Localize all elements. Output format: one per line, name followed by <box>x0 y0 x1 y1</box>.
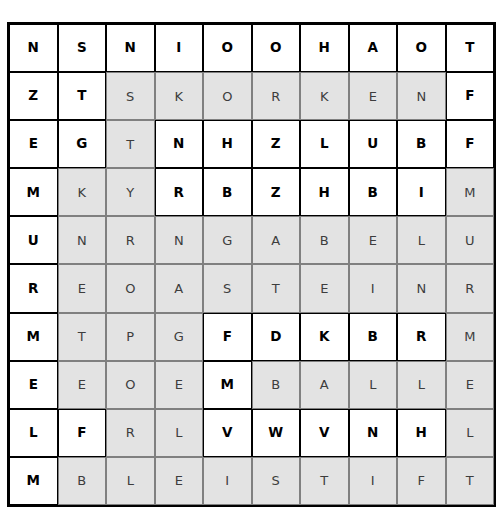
cell-letter: I <box>225 474 229 487</box>
cell-letter: T <box>465 41 474 55</box>
cell-letter: M <box>221 378 234 392</box>
cell-letter: M <box>27 330 40 344</box>
cell-r4c4[interactable]: R <box>155 168 204 216</box>
cell-letter: R <box>174 186 184 200</box>
cell-r2c8[interactable]: E <box>349 72 398 120</box>
cell-r6c3[interactable]: O <box>106 264 155 312</box>
cell-letter: E <box>369 234 377 247</box>
cell-r9c5[interactable]: V <box>203 409 252 457</box>
cell-r8c3[interactable]: O <box>106 361 155 409</box>
cell-r1c5[interactable]: O <box>203 24 252 72</box>
cell-r9c1[interactable]: L <box>9 409 58 457</box>
cell-letter: I <box>371 474 375 487</box>
cell-r1c7[interactable]: H <box>300 24 349 72</box>
cell-letter: U <box>465 234 475 247</box>
cell-letter: L <box>418 234 425 247</box>
cell-letter: Z <box>271 137 281 151</box>
cell-letter: O <box>222 90 232 103</box>
cell-letter: E <box>369 90 377 103</box>
cell-letter: N <box>367 426 378 440</box>
cell-r6c9[interactable]: N <box>397 264 446 312</box>
cell-r6c7[interactable]: E <box>300 264 349 312</box>
cell-r4c2[interactable]: K <box>58 168 107 216</box>
cell-letter: T <box>126 138 134 151</box>
cell-letter: K <box>174 90 183 103</box>
cell-letter: L <box>418 378 425 391</box>
cell-letter: A <box>320 378 329 391</box>
cell-letter: U <box>367 137 378 151</box>
cell-letter: I <box>176 41 181 55</box>
word-search-page: NSNIOOHAOTZTSKORKENFEGTNHZLUBFMKYRBZHBIM… <box>0 0 500 520</box>
cell-r8c2[interactable]: E <box>58 361 107 409</box>
cell-r3c6[interactable]: Z <box>252 120 301 168</box>
cell-letter: G <box>222 234 232 247</box>
cell-r4c10[interactable]: M <box>446 168 495 216</box>
cell-letter: K <box>319 330 329 344</box>
cell-letter: R <box>271 90 280 103</box>
cell-letter: O <box>270 41 281 55</box>
cell-letter: Z <box>28 89 38 103</box>
cell-r5c1[interactable]: U <box>9 216 58 264</box>
cell-letter: S <box>126 90 134 103</box>
cell-letter: O <box>125 282 135 295</box>
cell-letter: H <box>416 426 427 440</box>
cell-r9c10[interactable]: L <box>446 409 495 457</box>
cell-letter: E <box>320 282 328 295</box>
cell-r6c10[interactable]: R <box>446 264 495 312</box>
cell-letter: L <box>127 474 134 487</box>
cell-r2c2[interactable]: T <box>58 72 107 120</box>
cell-letter: T <box>78 330 86 343</box>
cell-r5c3[interactable]: R <box>106 216 155 264</box>
cell-r7c8[interactable]: B <box>349 313 398 361</box>
cell-r7c7[interactable]: K <box>300 313 349 361</box>
cell-r1c6[interactable]: O <box>252 24 301 72</box>
cell-r7c2[interactable]: T <box>58 313 107 361</box>
cell-r2c3[interactable]: S <box>106 72 155 120</box>
cell-letter: F <box>465 89 474 103</box>
cell-letter: U <box>28 234 39 248</box>
cell-r1c3[interactable]: N <box>106 24 155 72</box>
cell-r2c6[interactable]: R <box>252 72 301 120</box>
cell-r8c10[interactable]: E <box>446 361 495 409</box>
cell-r10c4[interactable]: E <box>155 457 204 505</box>
cell-r10c7[interactable]: T <box>300 457 349 505</box>
cell-letter: M <box>27 474 40 488</box>
cell-r3c2[interactable]: G <box>58 120 107 168</box>
cell-r9c7[interactable]: V <box>300 409 349 457</box>
cell-r8c7[interactable]: A <box>300 361 349 409</box>
cell-letter: L <box>175 426 182 439</box>
cell-letter: Z <box>271 186 281 200</box>
cell-r9c3[interactable]: R <box>106 409 155 457</box>
cell-letter: G <box>76 137 87 151</box>
cell-letter: D <box>270 330 281 344</box>
cell-letter: M <box>27 186 40 200</box>
cell-letter: S <box>77 41 87 55</box>
cell-r10c9[interactable]: F <box>397 457 446 505</box>
cell-letter: B <box>368 330 378 344</box>
cell-letter: E <box>78 378 86 391</box>
cell-letter: B <box>271 378 280 391</box>
cell-letter: T <box>272 282 280 295</box>
cell-letter: P <box>126 330 134 343</box>
cell-r8c4[interactable]: E <box>155 361 204 409</box>
cell-r6c4[interactable]: A <box>155 264 204 312</box>
cell-r8c8[interactable]: L <box>349 361 398 409</box>
cell-letter: L <box>29 426 38 440</box>
cell-letter: E <box>175 378 183 391</box>
cell-r5c8[interactable]: E <box>349 216 398 264</box>
cell-letter: F <box>418 474 425 487</box>
cell-r5c5[interactable]: G <box>203 216 252 264</box>
cell-r1c10[interactable]: T <box>446 24 495 72</box>
cell-letter: M <box>464 186 475 199</box>
cell-r7c10[interactable]: M <box>446 313 495 361</box>
cell-letter: N <box>125 41 136 55</box>
cell-r10c5[interactable]: I <box>203 457 252 505</box>
cell-letter: R <box>465 282 474 295</box>
cell-r5c2[interactable]: N <box>58 216 107 264</box>
cell-r1c8[interactable]: A <box>349 24 398 72</box>
cell-letter: L <box>320 137 329 151</box>
cell-letter: L <box>466 426 473 439</box>
cell-r9c2[interactable]: F <box>58 409 107 457</box>
cell-letter: N <box>416 90 426 103</box>
cell-r7c5[interactable]: F <box>203 313 252 361</box>
cell-letter: E <box>175 474 183 487</box>
cell-r6c1[interactable]: R <box>9 264 58 312</box>
cell-letter: E <box>466 378 474 391</box>
cell-letter: S <box>223 282 231 295</box>
cell-letter: A <box>271 234 280 247</box>
cell-letter: R <box>126 234 135 247</box>
cell-r2c9[interactable]: N <box>397 72 446 120</box>
cell-r10c8[interactable]: I <box>349 457 398 505</box>
cell-r8c6[interactable]: B <box>252 361 301 409</box>
cell-r10c1[interactable]: M <box>9 457 58 505</box>
cell-r7c4[interactable]: G <box>155 313 204 361</box>
cell-r3c1[interactable]: E <box>9 120 58 168</box>
cell-letter: N <box>416 282 426 295</box>
cell-r5c10[interactable]: U <box>446 216 495 264</box>
cell-letter: M <box>464 330 475 343</box>
cell-r9c4[interactable]: L <box>155 409 204 457</box>
cell-letter: A <box>368 41 378 55</box>
cell-letter: V <box>222 426 232 440</box>
cell-letter: N <box>174 234 184 247</box>
cell-r4c9[interactable]: I <box>397 168 446 216</box>
cell-r3c4[interactable]: N <box>155 120 204 168</box>
cell-r7c9[interactable]: R <box>397 313 446 361</box>
cell-letter: T <box>320 474 328 487</box>
cell-r2c10[interactable]: F <box>446 72 495 120</box>
cell-r3c3[interactable]: T <box>106 120 155 168</box>
cell-letter: F <box>77 426 86 440</box>
cell-r8c9[interactable]: L <box>397 361 446 409</box>
word-search-board: NSNIOOHAOTZTSKORKENFEGTNHZLUBFMKYRBZHBIM… <box>7 22 496 507</box>
cell-r7c1[interactable]: M <box>9 313 58 361</box>
cell-letter: N <box>77 234 87 247</box>
cell-letter: R <box>28 282 38 296</box>
cell-r7c3[interactable]: P <box>106 313 155 361</box>
cell-r5c4[interactable]: N <box>155 216 204 264</box>
cell-r10c10[interactable]: T <box>446 457 495 505</box>
cell-letter: B <box>222 186 232 200</box>
cell-r4c7[interactable]: H <box>300 168 349 216</box>
cell-r1c2[interactable]: S <box>58 24 107 72</box>
cell-letter: K <box>77 186 86 199</box>
cell-r9c9[interactable]: H <box>397 409 446 457</box>
cell-letter: I <box>419 186 424 200</box>
cell-r5c9[interactable]: L <box>397 216 446 264</box>
cell-letter: R <box>126 426 135 439</box>
cell-letter: S <box>272 474 280 487</box>
cell-r8c5[interactable]: M <box>203 361 252 409</box>
cell-r2c7[interactable]: K <box>300 72 349 120</box>
cell-letter: T <box>77 89 86 103</box>
cell-r2c5[interactable]: O <box>203 72 252 120</box>
cell-letter: O <box>125 378 135 391</box>
cell-letter: W <box>268 426 283 440</box>
cell-letter: F <box>465 137 474 151</box>
cell-r1c4[interactable]: I <box>155 24 204 72</box>
cell-r5c6[interactable]: A <box>252 216 301 264</box>
cell-r6c8[interactable]: I <box>349 264 398 312</box>
cell-letter: E <box>29 137 38 151</box>
cell-r6c6[interactable]: T <box>252 264 301 312</box>
cell-letter: Y <box>126 186 134 199</box>
cell-r3c7[interactable]: L <box>300 120 349 168</box>
cell-r9c6[interactable]: W <box>252 409 301 457</box>
cell-r4c5[interactable]: B <box>203 168 252 216</box>
cell-r10c2[interactable]: B <box>58 457 107 505</box>
cell-letter: E <box>78 282 86 295</box>
cell-letter: F <box>223 330 232 344</box>
cell-letter: H <box>319 41 330 55</box>
cell-r4c8[interactable]: B <box>349 168 398 216</box>
cell-r1c1[interactable]: N <box>9 24 58 72</box>
cell-letter: H <box>319 186 330 200</box>
cell-letter: A <box>174 282 183 295</box>
cell-r3c10[interactable]: F <box>446 120 495 168</box>
cell-letter: B <box>368 186 378 200</box>
cell-letter: G <box>174 330 184 343</box>
cell-letter: B <box>320 234 329 247</box>
cell-r4c6[interactable]: Z <box>252 168 301 216</box>
cell-letter: O <box>416 41 427 55</box>
cell-letter: B <box>416 137 426 151</box>
cell-letter: H <box>222 137 233 151</box>
cell-letter: E <box>29 378 38 392</box>
cell-r4c3[interactable]: Y <box>106 168 155 216</box>
cell-r5c7[interactable]: B <box>300 216 349 264</box>
cell-r10c6[interactable]: S <box>252 457 301 505</box>
cell-letter: N <box>173 137 184 151</box>
cell-r10c3[interactable]: L <box>106 457 155 505</box>
cell-r7c6[interactable]: D <box>252 313 301 361</box>
cell-letter: N <box>28 41 39 55</box>
cell-r6c2[interactable]: E <box>58 264 107 312</box>
cell-r6c5[interactable]: S <box>203 264 252 312</box>
cell-letter: B <box>77 474 86 487</box>
cell-letter: T <box>466 474 474 487</box>
cell-letter: R <box>416 330 426 344</box>
cell-letter: K <box>320 90 329 103</box>
cell-r3c5[interactable]: H <box>203 120 252 168</box>
cell-letter: O <box>222 41 233 55</box>
cell-r8c1[interactable]: E <box>9 361 58 409</box>
cell-letter: L <box>369 378 376 391</box>
cell-r3c8[interactable]: U <box>349 120 398 168</box>
cell-r1c9[interactable]: O <box>397 24 446 72</box>
cell-r2c4[interactable]: K <box>155 72 204 120</box>
cell-letter: V <box>319 426 329 440</box>
cell-r2c1[interactable]: Z <box>9 72 58 120</box>
cell-letter: I <box>371 282 375 295</box>
cell-r4c1[interactable]: M <box>9 168 58 216</box>
cell-r3c9[interactable]: B <box>397 120 446 168</box>
cell-r9c8[interactable]: N <box>349 409 398 457</box>
